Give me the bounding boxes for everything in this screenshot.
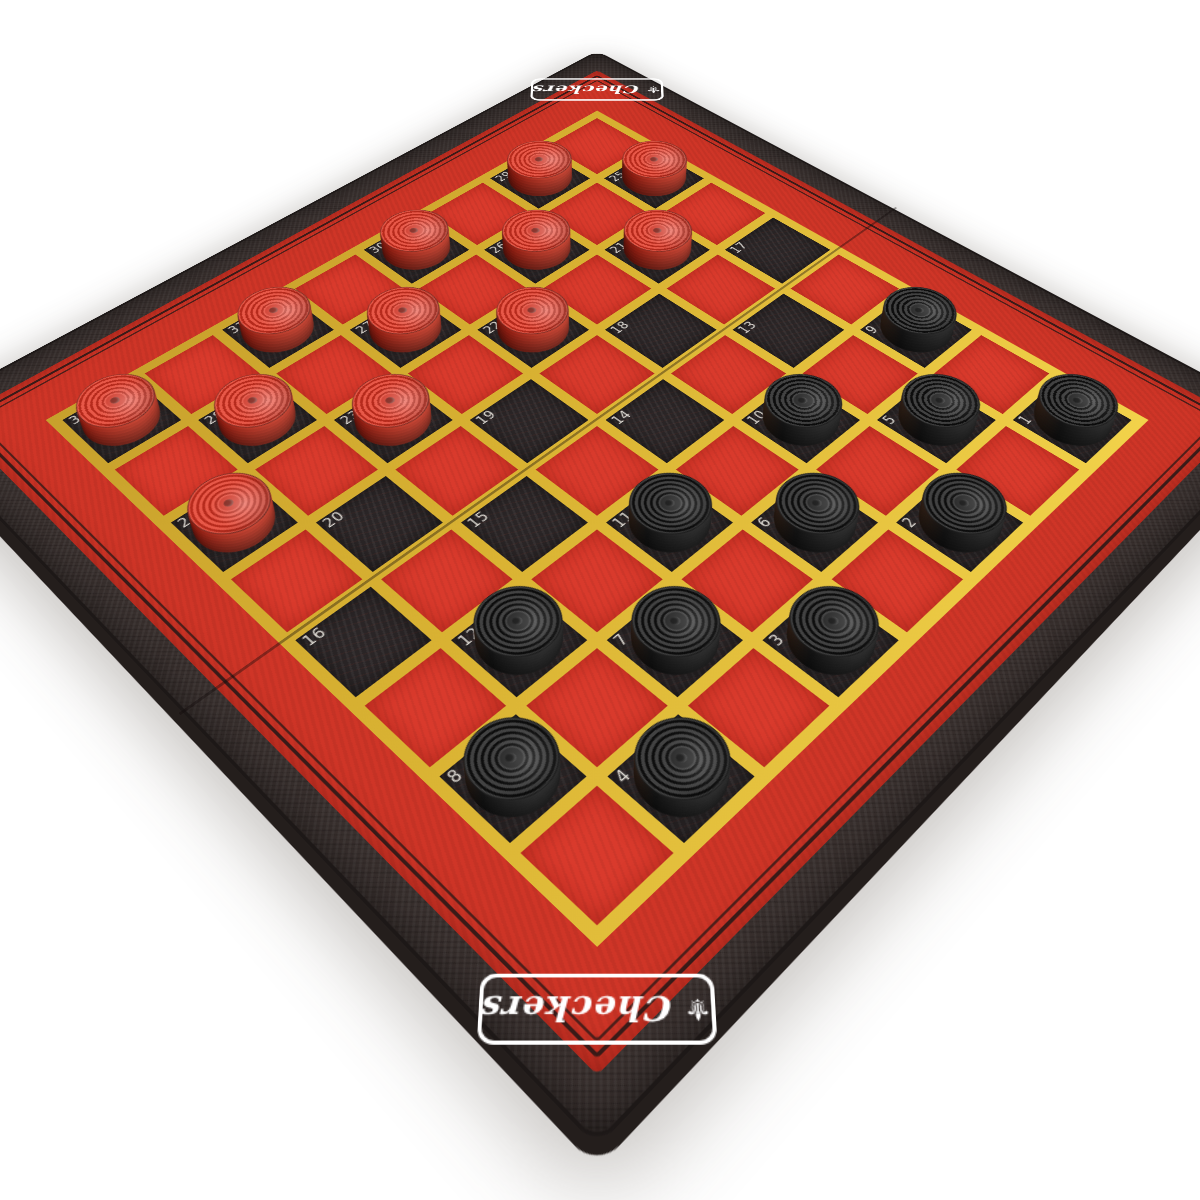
red-piece-square-28[interactable] (204, 383, 311, 459)
black-piece-square-2[interactable] (902, 480, 1017, 567)
logo-text: Checkers (532, 83, 640, 95)
logo-far-corner: ⚜ Checkers (530, 78, 664, 100)
black-piece-square-10[interactable] (747, 383, 854, 459)
red-piece-square-23[interactable] (340, 383, 447, 459)
fleur-de-lis-icon: ⚜ (646, 85, 662, 94)
red-piece-square-32[interactable] (68, 383, 175, 459)
black-piece-square-6[interactable] (757, 480, 872, 567)
black-piece-square-5[interactable] (883, 383, 990, 459)
scene: 1234567891011121314151617181920212223242… (0, 0, 1200, 1200)
logo-text: Checkers (481, 989, 675, 1029)
black-piece-square-4[interactable] (615, 720, 748, 837)
logo-near-corner: ⚜ Checkers (476, 973, 717, 1044)
black-piece-square-8[interactable] (446, 720, 579, 837)
black-piece-square-12[interactable] (458, 592, 581, 692)
checkers-board: 1234567891011121314151617181920212223242… (0, 51, 1200, 1148)
fleur-de-lis-icon: ⚜ (683, 994, 712, 1024)
square-number: 9 (864, 324, 881, 335)
black-piece-square-11[interactable] (612, 480, 727, 567)
